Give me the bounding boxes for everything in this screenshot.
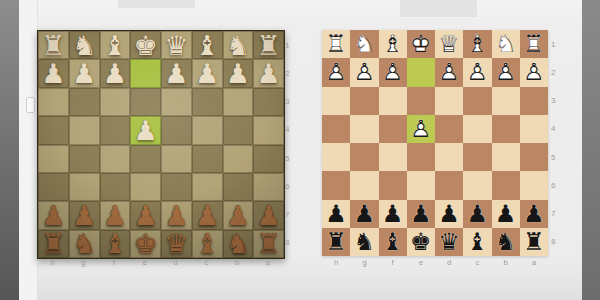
square-d2[interactable]: ♟ <box>161 59 192 87</box>
square-a6[interactable] <box>253 173 284 201</box>
square-e7[interactable]: ♟ <box>130 201 161 229</box>
piece-white-pawn[interactable]: ♟ <box>195 60 219 87</box>
square-h7[interactable]: ♟ <box>322 200 350 228</box>
square-f4[interactable] <box>379 115 407 143</box>
file-labels-2d: hgfedcba <box>322 258 548 269</box>
piece-black-pawn[interactable]: ♟ <box>495 202 517 226</box>
square-a2[interactable]: ♟ <box>253 59 284 87</box>
piece-black-knight[interactable]: ♞ <box>226 230 250 257</box>
piece-white-pawn[interactable]: ♟ <box>226 60 250 87</box>
piece-white-king[interactable]: ♚ <box>134 32 158 59</box>
square-f8[interactable]: ♝ <box>100 230 131 258</box>
square-a3[interactable] <box>520 87 548 115</box>
piece-white-queen[interactable]: ♛♕ <box>435 30 463 58</box>
piece-white-rook[interactable]: ♜♖ <box>322 30 350 58</box>
piece-white-pawn[interactable]: ♟ <box>257 60 281 87</box>
piece-white-rook[interactable]: ♜ <box>41 32 65 59</box>
file-label-d: d <box>160 258 191 269</box>
square-h4[interactable] <box>322 115 350 143</box>
piece-black-rook[interactable]: ♜ <box>523 230 545 254</box>
square-b7[interactable]: ♟ <box>492 200 520 228</box>
piece-white-bishop[interactable]: ♝ <box>103 32 127 59</box>
file-label-g: g <box>350 258 378 269</box>
rank-labels-3d: 12345678 <box>285 31 297 257</box>
piece-white-knight[interactable]: ♞ <box>72 32 96 59</box>
square-g3[interactable] <box>69 88 100 116</box>
square-c5[interactable] <box>463 143 491 171</box>
square-e2[interactable] <box>407 58 435 86</box>
square-f2[interactable]: ♟ <box>100 59 131 87</box>
piece-white-bishop[interactable]: ♝♗ <box>379 30 407 58</box>
square-e2[interactable] <box>130 59 161 87</box>
chessboard-2d[interactable]: ♜♖♞♘♝♗♚♔♛♕♝♗♞♘♜♖♟♙♟♙♟♙♟♙♟♙♟♙♟♙♟♙♟♟♟♟♟♟♟♟… <box>322 30 548 256</box>
piece-black-pawn[interactable]: ♟ <box>382 202 404 226</box>
square-e5[interactable] <box>407 143 435 171</box>
square-f2[interactable]: ♟♙ <box>379 58 407 86</box>
square-h2[interactable]: ♟ <box>38 59 69 87</box>
square-b1[interactable]: ♞ <box>223 31 254 59</box>
piece-white-pawn[interactable]: ♟ <box>41 60 65 87</box>
piece-black-bishop[interactable]: ♝ <box>103 230 127 257</box>
square-a7[interactable]: ♟ <box>520 200 548 228</box>
piece-white-bishop[interactable]: ♝♗ <box>463 30 491 58</box>
piece-white-queen[interactable]: ♛ <box>164 32 188 59</box>
square-b5[interactable] <box>492 143 520 171</box>
square-d4[interactable] <box>435 115 463 143</box>
left-gutter-panel <box>19 0 38 300</box>
piece-white-bishop[interactable]: ♝ <box>195 32 219 59</box>
square-f5[interactable] <box>379 143 407 171</box>
square-d5[interactable] <box>161 145 192 173</box>
piece-black-bishop[interactable]: ♝ <box>195 230 219 257</box>
square-a8[interactable]: ♜ <box>253 230 284 258</box>
rank-label-5: 5 <box>285 144 297 172</box>
piece-white-pawn[interactable]: ♟♙ <box>463 58 491 86</box>
piece-black-queen[interactable]: ♛ <box>164 230 188 257</box>
square-f7[interactable]: ♟ <box>100 201 131 229</box>
piece-black-knight[interactable]: ♞ <box>354 230 376 254</box>
square-b6[interactable] <box>492 171 520 199</box>
rank-label-4: 4 <box>285 116 297 144</box>
top-ghost-band-left <box>118 0 195 8</box>
file-label-c: c <box>463 258 491 269</box>
square-d8[interactable]: ♛ <box>161 230 192 258</box>
square-a7[interactable]: ♟ <box>253 201 284 229</box>
square-b7[interactable]: ♟ <box>223 201 254 229</box>
piece-black-pawn[interactable]: ♟ <box>325 202 347 226</box>
square-f6[interactable] <box>379 171 407 199</box>
square-f7[interactable]: ♟ <box>379 200 407 228</box>
piece-black-pawn[interactable]: ♟ <box>467 202 489 226</box>
square-g1[interactable]: ♞♘ <box>350 30 378 58</box>
piece-white-pawn[interactable]: ♟ <box>134 117 158 144</box>
square-c1[interactable]: ♝♗ <box>463 30 491 58</box>
left-sidebar-strip <box>0 0 19 300</box>
square-g5[interactable] <box>69 145 100 173</box>
square-e8[interactable]: ♚ <box>407 228 435 256</box>
square-a1[interactable]: ♜♖ <box>520 30 548 58</box>
file-label-b: b <box>222 258 253 269</box>
piece-black-pawn[interactable]: ♟ <box>41 202 65 229</box>
rank-label-1: 1 <box>551 30 563 58</box>
square-f6[interactable] <box>100 173 131 201</box>
rank-label-6: 6 <box>285 172 297 200</box>
square-h3[interactable] <box>38 88 69 116</box>
piece-white-rook[interactable]: ♜♖ <box>520 30 548 58</box>
file-label-e: e <box>129 258 160 269</box>
piece-black-pawn[interactable]: ♟ <box>164 202 188 229</box>
square-a4[interactable] <box>253 116 284 144</box>
square-c1[interactable]: ♝ <box>192 31 223 59</box>
piece-black-pawn[interactable]: ♟ <box>195 202 219 229</box>
square-a5[interactable] <box>520 143 548 171</box>
square-d4[interactable] <box>161 116 192 144</box>
piece-black-rook[interactable]: ♜ <box>257 230 281 257</box>
square-a4[interactable] <box>520 115 548 143</box>
piece-white-pawn[interactable]: ♟♙ <box>520 58 548 86</box>
square-e6[interactable] <box>130 173 161 201</box>
square-d6[interactable] <box>161 173 192 201</box>
file-label-c: c <box>191 258 222 269</box>
piece-white-pawn[interactable]: ♟♙ <box>379 58 407 86</box>
square-e1[interactable]: ♚♔ <box>407 30 435 58</box>
piece-black-queen[interactable]: ♛ <box>438 230 460 254</box>
top-ghost-band-right <box>400 0 477 17</box>
piece-white-pawn[interactable]: ♟♙ <box>350 58 378 86</box>
square-c3[interactable] <box>463 87 491 115</box>
square-d8[interactable]: ♛ <box>435 228 463 256</box>
square-d5[interactable] <box>435 143 463 171</box>
file-labels-3d: hgfedcba <box>37 258 283 269</box>
square-d1[interactable]: ♛ <box>161 31 192 59</box>
square-g8[interactable]: ♞ <box>69 230 100 258</box>
square-d3[interactable] <box>435 87 463 115</box>
piece-black-pawn[interactable]: ♟ <box>103 202 127 229</box>
square-b1[interactable]: ♞♘ <box>492 30 520 58</box>
square-h1[interactable]: ♜♖ <box>322 30 350 58</box>
square-g1[interactable]: ♞ <box>69 31 100 59</box>
square-b6[interactable] <box>223 173 254 201</box>
rank-label-6: 6 <box>551 171 563 199</box>
square-h8[interactable]: ♜ <box>322 228 350 256</box>
rank-label-4: 4 <box>551 115 563 143</box>
square-c8[interactable]: ♝ <box>463 228 491 256</box>
square-e1[interactable]: ♚ <box>130 31 161 59</box>
file-label-h: h <box>37 258 68 269</box>
file-label-a: a <box>252 258 283 269</box>
piece-white-rook[interactable]: ♜ <box>257 32 281 59</box>
square-h1[interactable]: ♜ <box>38 31 69 59</box>
square-a8[interactable]: ♜ <box>520 228 548 256</box>
piece-white-knight[interactable]: ♞♘ <box>350 30 378 58</box>
square-c5[interactable] <box>192 145 223 173</box>
piece-black-bishop[interactable]: ♝ <box>467 230 489 254</box>
square-f1[interactable]: ♝ <box>100 31 131 59</box>
square-b3[interactable] <box>223 88 254 116</box>
square-e8[interactable]: ♚ <box>130 230 161 258</box>
square-b2[interactable]: ♟♙ <box>492 58 520 86</box>
square-f1[interactable]: ♝♗ <box>379 30 407 58</box>
square-c2[interactable]: ♟ <box>192 59 223 87</box>
piece-white-knight[interactable]: ♞♘ <box>492 30 520 58</box>
right-sidebar-strip <box>582 0 600 300</box>
piece-black-knight[interactable]: ♞ <box>495 230 517 254</box>
square-d1[interactable]: ♛♕ <box>435 30 463 58</box>
square-b4[interactable] <box>492 115 520 143</box>
piece-white-knight[interactable]: ♞ <box>226 32 250 59</box>
rank-label-7: 7 <box>285 201 297 229</box>
rank-label-3: 3 <box>285 88 297 116</box>
file-label-a: a <box>520 258 548 269</box>
rank-label-5: 5 <box>551 143 563 171</box>
piece-black-pawn[interactable]: ♟ <box>354 202 376 226</box>
square-g6[interactable] <box>350 171 378 199</box>
square-c7[interactable]: ♟ <box>192 201 223 229</box>
square-h6[interactable] <box>38 173 69 201</box>
chessboard-3d[interactable]: ♜♞♝♚♛♝♞♜♟♟♟♟♟♟♟♟♟♟♟♟♟♟♟♟♜♞♝♚♛♝♞♜ <box>37 30 285 259</box>
square-f3[interactable] <box>100 88 131 116</box>
square-e4[interactable]: ♟ <box>130 116 161 144</box>
square-d7[interactable]: ♟ <box>435 200 463 228</box>
square-b2[interactable]: ♟ <box>223 59 254 87</box>
square-h5[interactable] <box>322 143 350 171</box>
square-g2[interactable]: ♟♙ <box>350 58 378 86</box>
square-e4[interactable]: ♟♙ <box>407 115 435 143</box>
square-e3[interactable] <box>130 88 161 116</box>
piece-black-knight[interactable]: ♞ <box>72 230 96 257</box>
piece-white-pawn[interactable]: ♟ <box>72 60 96 87</box>
square-b5[interactable] <box>223 145 254 173</box>
rank-label-2: 2 <box>551 58 563 86</box>
square-c2[interactable]: ♟♙ <box>463 58 491 86</box>
square-e6[interactable] <box>407 171 435 199</box>
square-b8[interactable]: ♞ <box>492 228 520 256</box>
square-a5[interactable] <box>253 145 284 173</box>
square-h2[interactable]: ♟♙ <box>322 58 350 86</box>
piece-white-pawn[interactable]: ♟ <box>103 60 127 87</box>
piece-white-pawn[interactable]: ♟♙ <box>407 115 435 143</box>
square-b3[interactable] <box>492 87 520 115</box>
piece-black-king[interactable]: ♚ <box>410 230 432 254</box>
file-label-g: g <box>68 258 99 269</box>
rank-label-7: 7 <box>551 200 563 228</box>
file-label-f: f <box>99 258 130 269</box>
file-label-d: d <box>435 258 463 269</box>
file-label-f: f <box>379 258 407 269</box>
piece-white-pawn[interactable]: ♟♙ <box>322 58 350 86</box>
file-label-b: b <box>492 258 520 269</box>
panel-collapse-handle[interactable] <box>26 97 35 113</box>
piece-white-king[interactable]: ♚♔ <box>407 30 435 58</box>
square-g3[interactable] <box>350 87 378 115</box>
rank-label-2: 2 <box>285 59 297 87</box>
piece-black-pawn[interactable]: ♟ <box>257 202 281 229</box>
square-g5[interactable] <box>350 143 378 171</box>
square-g6[interactable] <box>69 173 100 201</box>
square-g4[interactable] <box>69 116 100 144</box>
square-f5[interactable] <box>100 145 131 173</box>
square-a3[interactable] <box>253 88 284 116</box>
square-a2[interactable]: ♟♙ <box>520 58 548 86</box>
square-c6[interactable] <box>463 171 491 199</box>
piece-black-pawn[interactable]: ♟ <box>410 202 432 226</box>
square-d3[interactable] <box>161 88 192 116</box>
rank-label-1: 1 <box>285 31 297 59</box>
square-h8[interactable]: ♜ <box>38 230 69 258</box>
piece-black-pawn[interactable]: ♟ <box>226 202 250 229</box>
square-g7[interactable]: ♟ <box>350 200 378 228</box>
file-label-h: h <box>322 258 350 269</box>
piece-black-pawn[interactable]: ♟ <box>134 202 158 229</box>
square-e5[interactable] <box>130 145 161 173</box>
square-g8[interactable]: ♞ <box>350 228 378 256</box>
piece-black-pawn[interactable]: ♟ <box>72 202 96 229</box>
square-h6[interactable] <box>322 171 350 199</box>
square-h4[interactable] <box>38 116 69 144</box>
square-d6[interactable] <box>435 171 463 199</box>
square-h5[interactable] <box>38 145 69 173</box>
square-h7[interactable]: ♟ <box>38 201 69 229</box>
rank-label-3: 3 <box>551 87 563 115</box>
square-d7[interactable]: ♟ <box>161 201 192 229</box>
piece-white-pawn[interactable]: ♟♙ <box>435 58 463 86</box>
piece-black-bishop[interactable]: ♝ <box>382 230 404 254</box>
square-g4[interactable] <box>350 115 378 143</box>
piece-black-rook[interactable]: ♜ <box>325 230 347 254</box>
piece-black-pawn[interactable]: ♟ <box>438 202 460 226</box>
square-c4[interactable] <box>463 115 491 143</box>
square-f4[interactable] <box>100 116 131 144</box>
square-c6[interactable] <box>192 173 223 201</box>
file-label-e: e <box>407 258 435 269</box>
square-g7[interactable]: ♟ <box>69 201 100 229</box>
square-e3[interactable] <box>407 87 435 115</box>
square-f3[interactable] <box>379 87 407 115</box>
square-c8[interactable]: ♝ <box>192 230 223 258</box>
piece-black-king[interactable]: ♚ <box>134 230 158 257</box>
piece-white-pawn[interactable]: ♟ <box>164 60 188 87</box>
square-b8[interactable]: ♞ <box>223 230 254 258</box>
square-c3[interactable] <box>192 88 223 116</box>
square-h3[interactable] <box>322 87 350 115</box>
rank-label-8: 8 <box>285 229 297 257</box>
square-c4[interactable] <box>192 116 223 144</box>
square-g2[interactable]: ♟ <box>69 59 100 87</box>
square-a6[interactable] <box>520 171 548 199</box>
square-e7[interactable]: ♟ <box>407 200 435 228</box>
rank-labels-2d: 12345678 <box>551 30 563 256</box>
square-b4[interactable] <box>223 116 254 144</box>
piece-white-pawn[interactable]: ♟♙ <box>492 58 520 86</box>
square-a1[interactable]: ♜ <box>253 31 284 59</box>
piece-black-rook[interactable]: ♜ <box>41 230 65 257</box>
rank-label-8: 8 <box>551 228 563 256</box>
piece-black-pawn[interactable]: ♟ <box>523 202 545 226</box>
square-d2[interactable]: ♟♙ <box>435 58 463 86</box>
square-c7[interactable]: ♟ <box>463 200 491 228</box>
square-f8[interactable]: ♝ <box>379 228 407 256</box>
